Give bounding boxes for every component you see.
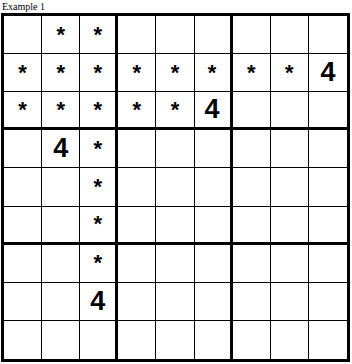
cell-r3c9 (309, 92, 347, 130)
sudoku-board: **********4*****44****4 (1, 13, 350, 362)
cell-r9c3 (80, 321, 118, 359)
cell-r2c2: * (42, 54, 80, 92)
cell-r1c1 (4, 16, 42, 54)
cell-r4c3: * (80, 130, 118, 168)
cell-r1c3: * (80, 16, 118, 54)
cell-r3c5: * (156, 92, 194, 130)
cell-r8c9 (309, 283, 347, 321)
cell-r1c7 (233, 16, 271, 54)
cell-r2c9: 4 (309, 54, 347, 92)
cell-r3c3: * (80, 92, 118, 130)
cell-r7c5 (156, 245, 194, 283)
cell-r6c2 (42, 207, 80, 245)
cell-r4c5 (156, 130, 194, 168)
cell-r2c1: * (4, 54, 42, 92)
cell-r6c7 (233, 207, 271, 245)
cell-r9c8 (271, 321, 309, 359)
cell-r8c3: 4 (80, 283, 118, 321)
cell-r1c8 (271, 16, 309, 54)
cell-r6c1 (4, 207, 42, 245)
cell-r7c8 (271, 245, 309, 283)
cell-r1c6 (195, 16, 233, 54)
cell-r3c7 (233, 92, 271, 130)
cell-r9c1 (4, 321, 42, 359)
cell-r8c1 (4, 283, 42, 321)
cell-r4c1 (4, 130, 42, 168)
cell-r4c9 (309, 130, 347, 168)
cell-r7c4 (118, 245, 156, 283)
cell-r8c7 (233, 283, 271, 321)
cell-r8c4 (118, 283, 156, 321)
cell-r9c7 (233, 321, 271, 359)
cell-r5c7 (233, 168, 271, 206)
cell-r9c4 (118, 321, 156, 359)
cell-r2c8: * (271, 54, 309, 92)
cell-r1c2: * (42, 16, 80, 54)
cell-r9c5 (156, 321, 194, 359)
cell-r1c4 (118, 16, 156, 54)
cell-r3c2: * (42, 92, 80, 130)
cell-r4c8 (271, 130, 309, 168)
cell-r2c4: * (118, 54, 156, 92)
cell-r6c4 (118, 207, 156, 245)
cell-r8c8 (271, 283, 309, 321)
cell-r6c8 (271, 207, 309, 245)
cell-r2c3: * (80, 54, 118, 92)
cell-r6c6 (195, 207, 233, 245)
cell-r3c6: 4 (195, 92, 233, 130)
cell-r5c4 (118, 168, 156, 206)
cell-r2c6: * (195, 54, 233, 92)
cell-r8c2 (42, 283, 80, 321)
cell-r7c2 (42, 245, 80, 283)
cell-r2c7: * (233, 54, 271, 92)
cell-r5c8 (271, 168, 309, 206)
cell-r9c2 (42, 321, 80, 359)
cell-r5c6 (195, 168, 233, 206)
cell-r5c1 (4, 168, 42, 206)
cell-r7c1 (4, 245, 42, 283)
cell-r4c7 (233, 130, 271, 168)
cell-r5c2 (42, 168, 80, 206)
cell-r4c4 (118, 130, 156, 168)
cell-r4c6 (195, 130, 233, 168)
cell-r7c3: * (80, 245, 118, 283)
cell-r8c5 (156, 283, 194, 321)
cell-r3c8 (271, 92, 309, 130)
cell-r6c5 (156, 207, 194, 245)
page: Example 1 **********4*****44****4 (0, 0, 352, 364)
cell-r8c6 (195, 283, 233, 321)
cell-r7c9 (309, 245, 347, 283)
cell-r5c5 (156, 168, 194, 206)
cell-r1c5 (156, 16, 194, 54)
cell-r6c3: * (80, 207, 118, 245)
cell-r7c6 (195, 245, 233, 283)
cell-r9c9 (309, 321, 347, 359)
cell-r6c9 (309, 207, 347, 245)
cell-r3c4: * (118, 92, 156, 130)
cell-r5c9 (309, 168, 347, 206)
cell-r2c5: * (156, 54, 194, 92)
cell-r7c7 (233, 245, 271, 283)
example-title: Example 1 (0, 0, 352, 13)
cell-r3c1: * (4, 92, 42, 130)
cell-r4c2: 4 (42, 130, 80, 168)
cell-r9c6 (195, 321, 233, 359)
cell-r5c3: * (80, 168, 118, 206)
cell-r1c9 (309, 16, 347, 54)
